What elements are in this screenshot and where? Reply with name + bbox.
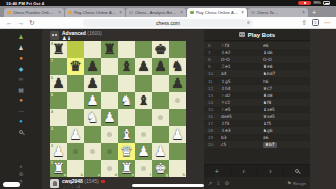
square-c5[interactable]: ♟ [84,92,101,109]
piece-black-pawn[interactable]: ♟ [169,75,186,92]
trial-icon: ♦ [19,116,22,126]
move-number: 6. [208,43,221,48]
tab-favicon [68,11,72,15]
square-d6[interactable] [101,75,118,92]
white-move[interactable]: a4 [221,71,263,76]
piece-white-pawn[interactable]: ♟ [101,109,118,126]
square-h2[interactable] [169,143,186,160]
square-b1[interactable]: b [67,160,84,177]
square-a6[interactable]: 6♟ [50,75,67,92]
settings-gear-icon[interactable]: ⚙ [224,180,228,186]
file-label: c [98,173,100,177]
move-list: 6.♘f3e67.♗e2♝d68.O-OO-O9.♖e1♜e810.a4♞bd7… [204,41,310,164]
browser-tab-2[interactable]: Chess - Analysis Bo…× [126,8,186,17]
move-row: 9.♖e1♜e8 [204,63,310,70]
opponent-avatar[interactable] [50,31,59,40]
sidebar-item-play-icon[interactable]: ♟ [0,43,42,54]
resign-flag-icon: ⚑ [287,180,291,186]
black-move[interactable]: ♛c7 [263,86,305,91]
piece-black-pawn[interactable]: ♟ [84,75,101,92]
legal-move-hint[interactable] [107,132,112,137]
tab-switcher-button[interactable]: 5 [312,19,319,26]
piece-white-pawn[interactable]: ♟ [135,143,152,160]
square-f6[interactable] [135,75,152,92]
black-move[interactable]: ♛xe5 [263,114,305,119]
file-label: b [81,173,83,177]
move-row: 15.♘e5♝xe5 [204,106,310,113]
black-move[interactable]: h6 [263,79,305,84]
square-e5[interactable]: ♞ [118,92,135,109]
forward-button[interactable]: → [18,17,25,29]
chess-board: 8♜♜♚7♛♟♝♟♟♞6♟♟♟5♟♞♝4♞♟3♟♝♟2♟♛♟♟1a♜bcde♜f… [50,41,186,177]
captured-black-pieces: ♟♟♞+1 [62,184,105,189]
square-e7[interactable]: ♝ [118,58,135,75]
tab-close-icon[interactable]: × [241,10,244,15]
square-e3[interactable]: ♝ [118,126,135,143]
legal-move-hint[interactable] [73,149,78,154]
magnifier-icon [295,169,299,173]
screen: 10:40 PM Fri Oct 4 99% Chess Puzzles Onl… [0,0,336,189]
square-f3[interactable] [135,126,152,143]
square-c8[interactable] [84,41,101,58]
square-f5[interactable]: ♝ [135,92,152,109]
white-move[interactable]: c5 [221,142,263,147]
white-move[interactable]: ♕c2 [221,100,263,105]
move-number: 16. [208,114,221,119]
square-a2[interactable]: 2♟ [50,143,67,160]
rank-label: 7 [51,59,53,63]
square-c2[interactable] [84,143,101,160]
browser-tab-3[interactable]: Play Chess Online Aga…× [187,8,247,17]
piece-white-rook[interactable]: ♜ [50,160,67,177]
white-move[interactable]: ♖e1 [221,64,263,69]
square-a7[interactable]: 7 [50,58,67,75]
tab-favicon [190,11,194,15]
play-icon: ♟ [18,43,23,53]
robot-icon [239,32,245,37]
learn-icon: ◆ [19,64,24,74]
square-g3[interactable] [152,126,169,143]
piece-black-bishop[interactable]: ♝ [135,92,152,109]
square-f4[interactable] [135,109,152,126]
black-move[interactable]: ♞g6 [263,128,305,133]
square-f8[interactable] [135,41,152,58]
browser-toolbar: ← → ↻ chess.com ⇧ 5 ⋯ [0,17,336,29]
black-move[interactable]: ♞f8 [263,100,305,105]
square-b5[interactable] [67,92,84,109]
player-row: cwq2948 (1545) ♟♟♞+1 [50,177,186,189]
square-g1[interactable]: g♚ [152,160,169,177]
move-row: 8.O-OO-O [204,56,310,63]
move-number: 15. [208,107,221,112]
recording-indicator-icon[interactable] [298,1,311,5]
square-c3[interactable] [84,126,101,143]
clock-text: 10:40 PM Fri Oct 4 [6,1,44,6]
square-a3[interactable]: 3 [50,126,67,143]
piece-black-knight[interactable]: ♞ [169,58,186,75]
sidebar-item-learn-icon[interactable]: ◆ [0,64,42,75]
piece-white-pawn[interactable]: ♟ [169,126,186,143]
square-g2[interactable]: ♟ [152,143,169,160]
move-number: 13. [208,93,221,98]
square-g8[interactable]: ♚ [152,41,169,58]
square-d8[interactable]: ♜ [101,41,118,58]
move-number: 9. [208,64,221,69]
piece-black-rook[interactable]: ♜ [101,41,118,58]
square-b4[interactable] [67,109,84,126]
square-d3[interactable] [101,126,118,143]
legal-move-hint[interactable] [107,149,112,154]
piece-black-bishop[interactable]: ♝ [118,58,135,75]
square-d4[interactable]: ♟ [101,109,118,126]
reload-button[interactable]: ↻ [29,17,34,29]
white-move[interactable]: b3 [221,135,263,140]
material-advantage: +1 [76,184,81,189]
square-b8[interactable] [67,41,84,58]
voice-search-icon[interactable] [247,21,250,24]
piece-white-pawn[interactable]: ♟ [84,92,101,109]
tab-label: Play Chess Online Ag… [74,10,118,15]
square-f1[interactable]: f [135,160,152,177]
move-row: 10.a4♞bd7 [204,70,310,77]
sidebar-item-puzzles-icon[interactable]: ● [0,53,42,64]
move-row: 6.♘f3e6 [204,42,310,49]
legal-move-hint[interactable] [141,166,146,171]
logo-icon: ♟ [18,32,23,42]
move-row: 14.♕c2♞f8 [204,99,310,106]
white-move[interactable]: ♗g5 [221,79,263,84]
move-row: 12.♗h4♛c7 [204,85,310,92]
sidebar-item-logo-icon[interactable]: ♟ [0,32,42,43]
black-move[interactable]: ♜e8 [263,64,305,69]
black-move[interactable]: ♞bd7 [263,71,305,76]
move-number: 12. [208,86,221,91]
square-h4[interactable] [169,109,186,126]
piece-black-rook[interactable]: ♜ [50,41,67,58]
tab-favicon [7,11,11,15]
tab-label: Chess Te… [257,10,301,15]
address-bar[interactable]: chess.com [83,19,253,27]
page-content: ♟♟●◆∞▤●⋯♦«⚙? Advanced (1600) ♟ ♝ 8♜♜♚7♛♟… [0,29,336,189]
back-button[interactable]: ← [6,17,13,29]
square-b7[interactable]: ♛ [67,58,84,75]
browser-menu-button[interactable]: ⋯ [324,17,331,29]
white-move[interactable]: ♘f3 [221,43,263,48]
puzzles-icon: ● [19,53,23,63]
piece-white-knight[interactable]: ♞ [118,92,135,109]
square-h8[interactable] [169,41,186,58]
move-number: 20. [208,142,221,147]
piece-white-rook[interactable]: ♜ [118,160,135,177]
analysis-button[interactable] [284,165,310,177]
square-g5[interactable] [152,92,169,109]
square-e4[interactable] [118,109,135,126]
move-row: 19.b3a6 [204,134,310,141]
square-c4[interactable]: ♞ [84,109,101,126]
piece-white-king[interactable]: ♚ [152,160,169,177]
piece-white-pawn[interactable]: ♟ [67,126,84,143]
black-move[interactable]: ♛b7 [263,142,277,148]
square-b2[interactable] [67,143,84,160]
file-label: d [115,173,117,177]
black-move[interactable]: ♝d6 [263,50,305,55]
board-column: Advanced (1600) ♟ ♝ 8♜♜♚7♛♟♝♟♟♞6♟♟♟5♟♞♝4… [50,29,186,189]
social-icon: ● [19,95,23,105]
piece-white-bishop[interactable]: ♝ [118,126,135,143]
move-number: 19. [208,135,221,140]
home-indicator[interactable] [132,184,204,187]
move-number: 8. [208,57,221,62]
tab-close-icon[interactable]: × [119,10,122,15]
square-f2[interactable]: ♟ [135,143,152,160]
play-panel: Play Bots 6.♘f3e67.♗e2♝d68.O-OO-O9.♖e1♜e… [204,29,310,189]
tab-close-icon[interactable]: × [58,10,61,15]
square-b3[interactable]: ♟ [67,126,84,143]
tab-close-icon[interactable]: × [302,10,305,15]
rank-label: 5 [51,93,53,97]
move-number: 11. [208,79,221,84]
legal-move-hint[interactable] [158,115,163,120]
white-move[interactable]: ♘e5 [221,107,263,112]
square-h5[interactable] [169,92,186,109]
playback-controls: + ‹ › [204,164,310,177]
piece-white-knight[interactable]: ♞ [84,109,101,126]
file-label: h [183,173,185,177]
square-a8[interactable]: 8♜ [50,41,67,58]
white-move[interactable]: ♗h4 [221,86,263,91]
browser-tab-1[interactable]: Play Chess Online Ag…× [65,8,125,17]
sidebar-item-search-icon[interactable] [0,127,42,138]
piece-white-pawn[interactable]: ♟ [50,143,67,160]
sidebar-item-watch-icon[interactable]: ∞ [0,74,42,85]
square-d5[interactable] [101,92,118,109]
square-e2[interactable]: ♛ [118,143,135,160]
piece-black-queen[interactable]: ♛ [67,58,84,75]
tab-close-icon[interactable]: × [180,10,183,15]
sidebar-item-more-icon[interactable]: ⋯ [0,106,42,117]
square-f7[interactable]: ♟ [135,58,152,75]
sidebar-item-trial-icon[interactable]: ♦ [0,116,42,127]
player-avatar[interactable] [50,179,59,188]
black-move[interactable]: ♝f5 [263,121,305,126]
square-g4[interactable] [152,109,169,126]
square-c7[interactable]: ♟ [84,58,101,75]
sidebar-item-social-icon[interactable]: ● [0,95,42,106]
resign-button[interactable]: ⚑ Resign [287,180,306,186]
square-b6[interactable] [67,75,84,92]
piece-white-queen[interactable]: ♛ [118,143,135,160]
resign-label: Resign [293,181,306,186]
rank-label: 3 [51,127,53,131]
panel-header: Play Bots [204,29,310,41]
white-move[interactable]: ♗e2 [221,50,263,55]
square-a1[interactable]: 1a♜ [50,160,67,177]
move-row: 7.♗e2♝d6 [204,49,310,56]
square-d2[interactable] [101,143,118,160]
move-number: 17. [208,121,221,126]
square-h1[interactable]: h [169,160,186,177]
move-back-button[interactable]: ‹ [231,165,258,177]
piece-black-pawn[interactable]: ♟ [84,58,101,75]
square-d1[interactable]: d [101,160,118,177]
legal-move-hint[interactable] [107,166,112,171]
white-move[interactable]: O-O [221,57,263,62]
browser-tab-4[interactable]: Chess Te…× [248,8,308,17]
black-move[interactable]: ♝xe5 [263,107,305,112]
black-move[interactable]: O-O [263,57,305,62]
piece-white-pawn[interactable]: ♟ [152,143,169,160]
piece-black-pawn[interactable]: ♟ [152,58,169,75]
country-flag-icon [101,180,105,183]
tab-label: Chess - Analysis Bo… [135,10,179,15]
new-game-button[interactable]: + [204,165,231,177]
download-icon[interactable]: ⇩ [216,180,220,186]
corner-pill [3,182,20,187]
tab-label: Play Chess Online Aga… [196,10,240,15]
black-move[interactable]: ♜d8 [263,93,305,98]
square-h3[interactable]: ♟ [169,126,186,143]
tab-favicon [129,11,133,15]
move-number: 7. [208,50,221,55]
watch-icon: ∞ [19,74,23,84]
address-url: chess.com [156,20,180,26]
battery-icon [323,1,330,5]
black-move[interactable]: a6 [263,135,305,140]
more-icon: ⋯ [18,106,24,116]
share-button[interactable]: ⇧ [302,17,307,29]
rank-label: 4 [51,110,53,114]
square-a4[interactable]: 4 [50,109,67,126]
piece-black-pawn[interactable]: ♟ [135,58,152,75]
square-a5[interactable]: 5 [50,92,67,109]
square-c6[interactable]: ♟ [84,75,101,92]
move-row: 11.♗g5h6 [204,77,310,84]
square-g7[interactable]: ♟ [152,58,169,75]
move-number: 14. [208,100,221,105]
white-move[interactable]: ♗f3 [221,121,263,126]
square-d7[interactable] [101,58,118,75]
move-number: 18. [208,128,221,133]
move-row: 20.c5♛b7 [204,141,310,148]
help-icon: ? [20,177,23,187]
move-number: 10. [208,71,221,76]
square-e8[interactable] [118,41,135,58]
battery-percent: 99% [313,1,321,5]
legal-move-hint[interactable] [175,98,180,103]
square-c1[interactable]: c [84,160,101,177]
panel-title: Play Bots [248,32,275,38]
white-move[interactable]: dxe5 [221,114,263,119]
legal-move-hint[interactable] [90,149,95,154]
piece-black-king[interactable]: ♚ [152,41,169,58]
opponent-row: Advanced (1600) ♟ ♝ [50,29,186,41]
move-forward-button[interactable]: › [258,165,285,177]
black-move[interactable]: e6 [263,43,305,48]
file-label: f [150,173,151,177]
square-e1[interactable]: e♜ [118,160,135,177]
tab-strip: Chess Puzzles Onli…×Play Chess Online Ag… [0,6,336,17]
sidebar-nav: ♟♟●◆∞▤●⋯♦«⚙? [0,29,42,189]
captured-white-pieces: ♟ ♝ [62,36,102,41]
sidebar-item-news-icon[interactable]: ▤ [0,85,42,96]
square-h7[interactable]: ♞ [169,58,186,75]
move-row: 16.dxe5♛xe5 [204,113,310,120]
white-move[interactable]: ♗e3 [221,128,263,133]
square-g6[interactable] [152,75,169,92]
legal-move-hint[interactable] [141,132,146,137]
move-row: 18.♗e3♞g6 [204,127,310,134]
piece-black-pawn[interactable]: ♟ [50,75,67,92]
search-icon [19,130,23,134]
tab-label: Chess Puzzles Onli… [13,10,57,15]
news-icon: ▤ [18,85,24,95]
square-h6[interactable]: ♟ [169,75,186,92]
share-game-icon[interactable]: ↗ [208,180,212,186]
square-e6[interactable] [118,75,135,92]
white-move[interactable]: ♘d2 [221,93,263,98]
move-row: 17.♗f3♝f5 [204,120,310,127]
move-row: 13.♘d2♜d8 [204,92,310,99]
panel-footer: ↗ ⇩ ⚙ ⚑ Resign [204,177,310,189]
tab-favicon [251,11,255,15]
